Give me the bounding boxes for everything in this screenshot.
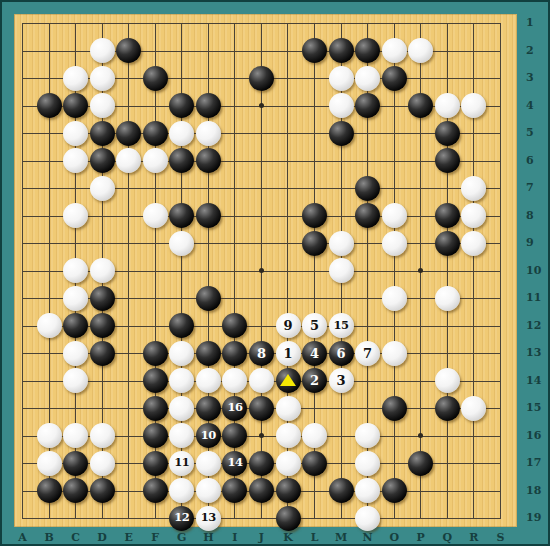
- board-cell-E9[interactable]: [115, 229, 142, 257]
- board-cell-S18[interactable]: [487, 477, 514, 505]
- board-cell-H9[interactable]: [195, 229, 222, 257]
- board-cell-J2[interactable]: [248, 37, 275, 65]
- board-cell-R12[interactable]: [461, 312, 488, 340]
- board-cell-Q16[interactable]: [434, 422, 461, 450]
- board-cell-N14[interactable]: [354, 367, 381, 395]
- board-cell-Q1[interactable]: [434, 9, 461, 37]
- white-stone-O8: [382, 203, 407, 228]
- board-cell-K7[interactable]: [275, 174, 302, 202]
- board-cell-P16[interactable]: [407, 422, 434, 450]
- board-cell-K4[interactable]: [275, 92, 302, 120]
- board-cell-A16[interactable]: [9, 422, 36, 450]
- row-label-14: 14: [526, 374, 550, 388]
- board-cell-M1[interactable]: [328, 9, 355, 37]
- board-cell-S11[interactable]: [487, 284, 514, 312]
- board-cell-H1[interactable]: [195, 9, 222, 37]
- board-cell-O12[interactable]: [381, 312, 408, 340]
- board-cell-O6[interactable]: [381, 147, 408, 175]
- triangle-marker-icon: [280, 374, 296, 386]
- board-cell-A17[interactable]: [9, 449, 36, 477]
- black-stone-D13: [90, 341, 115, 366]
- board-cell-G11[interactable]: [169, 284, 196, 312]
- board-cell-O7[interactable]: [381, 174, 408, 202]
- board-cell-G10[interactable]: [169, 257, 196, 285]
- board-cell-Q10[interactable]: [434, 257, 461, 285]
- board-cell-A2[interactable]: [9, 37, 36, 65]
- board-cell-I10[interactable]: [222, 257, 249, 285]
- board-cell-S2[interactable]: [487, 37, 514, 65]
- board-cell-J1[interactable]: [248, 9, 275, 37]
- board-cell-M7[interactable]: [328, 174, 355, 202]
- black-stone-L14: 2: [302, 368, 327, 393]
- board-cell-P6[interactable]: [407, 147, 434, 175]
- board-cell-P15[interactable]: [407, 394, 434, 422]
- board-cell-D19[interactable]: [89, 504, 116, 532]
- board-cell-B10[interactable]: [36, 257, 63, 285]
- move-number-label: 14: [227, 457, 242, 469]
- row-label-7: 7: [526, 181, 550, 195]
- board-cell-R2[interactable]: [461, 37, 488, 65]
- board-cell-N1[interactable]: [354, 9, 381, 37]
- board-cell-R16[interactable]: [461, 422, 488, 450]
- board-cell-N9[interactable]: [354, 229, 381, 257]
- board-cell-D14[interactable]: [89, 367, 116, 395]
- board-cell-C2[interactable]: [62, 37, 89, 65]
- black-stone-I13: [222, 341, 247, 366]
- row-label-6: 6: [526, 154, 550, 168]
- black-stone-L17: [302, 451, 327, 476]
- board-cell-G2[interactable]: [169, 37, 196, 65]
- move-number-label: 9: [283, 319, 292, 332]
- board-cell-L3[interactable]: [301, 64, 328, 92]
- board-cell-L10[interactable]: [301, 257, 328, 285]
- white-stone-C11: [63, 286, 88, 311]
- board-cell-M15[interactable]: [328, 394, 355, 422]
- board-cell-P7[interactable]: [407, 174, 434, 202]
- column-label-I: I: [225, 531, 245, 544]
- black-stone-Q6: [435, 148, 460, 173]
- board-cell-S10[interactable]: [487, 257, 514, 285]
- board-cell-Q13[interactable]: [434, 339, 461, 367]
- white-stone-K13: 1: [276, 341, 301, 366]
- board-cell-S7[interactable]: [487, 174, 514, 202]
- board-cell-K10[interactable]: [275, 257, 302, 285]
- column-label-S: S: [490, 531, 510, 544]
- board-cell-L15[interactable]: [301, 394, 328, 422]
- white-stone-N19: [355, 506, 380, 531]
- white-stone-M4: [329, 93, 354, 118]
- board-cell-G3[interactable]: [169, 64, 196, 92]
- board-cell-N10[interactable]: [354, 257, 381, 285]
- board-cell-E7[interactable]: [115, 174, 142, 202]
- board-cell-S12[interactable]: [487, 312, 514, 340]
- board-cell-J7[interactable]: [248, 174, 275, 202]
- board-cell-O17[interactable]: [381, 449, 408, 477]
- board-cell-B9[interactable]: [36, 229, 63, 257]
- board-cell-R19[interactable]: [461, 504, 488, 532]
- board-cell-L18[interactable]: [301, 477, 328, 505]
- board-cell-P9[interactable]: [407, 229, 434, 257]
- board-cell-F1[interactable]: [142, 9, 169, 37]
- board-cell-F2[interactable]: [142, 37, 169, 65]
- board-cell-H3[interactable]: [195, 64, 222, 92]
- white-stone-D4: [90, 93, 115, 118]
- board-cell-A12[interactable]: [9, 312, 36, 340]
- row-label-5: 5: [526, 126, 550, 140]
- board-cell-S14[interactable]: [487, 367, 514, 395]
- board-cell-M19[interactable]: [328, 504, 355, 532]
- board-cell-I2[interactable]: [222, 37, 249, 65]
- board-cell-N11[interactable]: [354, 284, 381, 312]
- board-cell-F7[interactable]: [142, 174, 169, 202]
- board-cell-K5[interactable]: [275, 119, 302, 147]
- black-stone-F5: [143, 121, 168, 146]
- board-cell-N6[interactable]: [354, 147, 381, 175]
- board-cell-S9[interactable]: [487, 229, 514, 257]
- board-cell-L1[interactable]: [301, 9, 328, 37]
- white-stone-K16: [276, 423, 301, 448]
- board-cell-N12[interactable]: [354, 312, 381, 340]
- board-cell-L6[interactable]: [301, 147, 328, 175]
- board-cell-F12[interactable]: [142, 312, 169, 340]
- black-stone-F14: [143, 368, 168, 393]
- board-cell-C7[interactable]: [62, 174, 89, 202]
- board-cell-K6[interactable]: [275, 147, 302, 175]
- board-cell-P14[interactable]: [407, 367, 434, 395]
- board-cell-S8[interactable]: [487, 202, 514, 230]
- board-cell-L11[interactable]: [301, 284, 328, 312]
- black-stone-L13: 4: [302, 341, 327, 366]
- board-cell-S17[interactable]: [487, 449, 514, 477]
- board-cell-C9[interactable]: [62, 229, 89, 257]
- board-cell-R1[interactable]: [461, 9, 488, 37]
- board-cell-S13[interactable]: [487, 339, 514, 367]
- black-stone-D5: [90, 121, 115, 146]
- board-cell-Q17[interactable]: [434, 449, 461, 477]
- black-stone-B4: [37, 93, 62, 118]
- row-label-18: 18: [526, 484, 550, 498]
- go-game-window: 95158146723161011141213 ABCDEFGHIJKLMNOP…: [0, 0, 550, 546]
- board-cell-Q19[interactable]: [434, 504, 461, 532]
- board-cell-J16[interactable]: [248, 422, 275, 450]
- white-stone-Q4: [435, 93, 460, 118]
- board-cell-O1[interactable]: [381, 9, 408, 37]
- black-stone-N2: [355, 38, 380, 63]
- board-cell-D1[interactable]: [89, 9, 116, 37]
- row-label-19: 19: [526, 511, 550, 525]
- board-cell-I7[interactable]: [222, 174, 249, 202]
- board-cell-R14[interactable]: [461, 367, 488, 395]
- board-cell-L7[interactable]: [301, 174, 328, 202]
- board-cell-C15[interactable]: [62, 394, 89, 422]
- move-number-label: 15: [334, 320, 349, 332]
- black-stone-J15: [249, 396, 274, 421]
- board-cell-Q12[interactable]: [434, 312, 461, 340]
- board-cell-J8[interactable]: [248, 202, 275, 230]
- board-cell-Q2[interactable]: [434, 37, 461, 65]
- board-cell-B7[interactable]: [36, 174, 63, 202]
- black-stone-F15: [143, 396, 168, 421]
- board-cell-O10[interactable]: [381, 257, 408, 285]
- white-stone-O11: [382, 286, 407, 311]
- board-cell-Q7[interactable]: [434, 174, 461, 202]
- board-cell-L4[interactable]: [301, 92, 328, 120]
- board-cell-A15[interactable]: [9, 394, 36, 422]
- board-cell-J10[interactable]: [248, 257, 275, 285]
- board-cell-J4[interactable]: [248, 92, 275, 120]
- white-stone-M3: [329, 66, 354, 91]
- board-cell-B2[interactable]: [36, 37, 63, 65]
- board-cell-R17[interactable]: [461, 449, 488, 477]
- board-cell-P3[interactable]: [407, 64, 434, 92]
- board-cell-L5[interactable]: [301, 119, 328, 147]
- board-cell-E4[interactable]: [115, 92, 142, 120]
- board-cell-K9[interactable]: [275, 229, 302, 257]
- board-cell-S3[interactable]: [487, 64, 514, 92]
- board-cell-E1[interactable]: [115, 9, 142, 37]
- board-cell-D9[interactable]: [89, 229, 116, 257]
- board-cell-A7[interactable]: [9, 174, 36, 202]
- board-cell-I9[interactable]: [222, 229, 249, 257]
- board-cell-P13[interactable]: [407, 339, 434, 367]
- board-cell-S5[interactable]: [487, 119, 514, 147]
- board-cell-L19[interactable]: [301, 504, 328, 532]
- board-cell-E18[interactable]: [115, 477, 142, 505]
- board-cell-G7[interactable]: [169, 174, 196, 202]
- black-stone-H15: [196, 396, 221, 421]
- move-number-label: 2: [310, 374, 319, 387]
- black-stone-O15: [382, 396, 407, 421]
- board-cell-P11[interactable]: [407, 284, 434, 312]
- black-stone-J17: [249, 451, 274, 476]
- white-stone-B17: [37, 451, 62, 476]
- board-cell-D8[interactable]: [89, 202, 116, 230]
- column-label-G: G: [172, 531, 192, 544]
- board-cell-I19[interactable]: [222, 504, 249, 532]
- black-stone-D11: [90, 286, 115, 311]
- board-cell-H10[interactable]: [195, 257, 222, 285]
- board-cell-K11[interactable]: [275, 284, 302, 312]
- board-cell-S1[interactable]: [487, 9, 514, 37]
- move-number-label: 3: [337, 374, 346, 387]
- board-cell-A3[interactable]: [9, 64, 36, 92]
- board-cell-E19[interactable]: [115, 504, 142, 532]
- board-cell-A11[interactable]: [9, 284, 36, 312]
- board-cell-R10[interactable]: [461, 257, 488, 285]
- board-cell-R18[interactable]: [461, 477, 488, 505]
- white-stone-L16: [302, 423, 327, 448]
- board-cell-M17[interactable]: [328, 449, 355, 477]
- board-cell-A1[interactable]: [9, 9, 36, 37]
- board-cell-P1[interactable]: [407, 9, 434, 37]
- board-cell-H12[interactable]: [195, 312, 222, 340]
- board-cell-M8[interactable]: [328, 202, 355, 230]
- board-cell-B5[interactable]: [36, 119, 63, 147]
- black-stone-Q9: [435, 231, 460, 256]
- board-cell-P8[interactable]: [407, 202, 434, 230]
- board-cell-Q3[interactable]: [434, 64, 461, 92]
- move-number-label: 11: [174, 457, 189, 469]
- board-cell-J5[interactable]: [248, 119, 275, 147]
- black-stone-E5: [116, 121, 141, 146]
- board-cell-E16[interactable]: [115, 422, 142, 450]
- board-cell-N15[interactable]: [354, 394, 381, 422]
- row-label-17: 17: [526, 456, 550, 470]
- board-cell-S19[interactable]: [487, 504, 514, 532]
- board-cell-J19[interactable]: [248, 504, 275, 532]
- black-stone-H4: [196, 93, 221, 118]
- board-cell-E15[interactable]: [115, 394, 142, 422]
- board-cell-K8[interactable]: [275, 202, 302, 230]
- row-label-2: 2: [526, 44, 550, 58]
- board-cell-B13[interactable]: [36, 339, 63, 367]
- board-cell-B14[interactable]: [36, 367, 63, 395]
- board-cell-B6[interactable]: [36, 147, 63, 175]
- white-stone-H17: [196, 451, 221, 476]
- board-cell-I1[interactable]: [222, 9, 249, 37]
- board-cell-D15[interactable]: [89, 394, 116, 422]
- row-label-13: 13: [526, 346, 550, 360]
- board-cell-I11[interactable]: [222, 284, 249, 312]
- board-cell-N5[interactable]: [354, 119, 381, 147]
- board-cell-S16[interactable]: [487, 422, 514, 450]
- move-number-label: 13: [201, 512, 216, 524]
- board-cell-O4[interactable]: [381, 92, 408, 120]
- board-cell-K2[interactable]: [275, 37, 302, 65]
- board-cell-A10[interactable]: [9, 257, 36, 285]
- board-cell-A4[interactable]: [9, 92, 36, 120]
- white-stone-D7: [90, 176, 115, 201]
- white-stone-R9: [461, 231, 486, 256]
- black-stone-I17: 14: [222, 451, 247, 476]
- white-stone-D2: [90, 38, 115, 63]
- move-number-label: 1: [283, 347, 292, 360]
- board-cell-R3[interactable]: [461, 64, 488, 92]
- white-stone-R15: [461, 396, 486, 421]
- board-cell-R13[interactable]: [461, 339, 488, 367]
- board-cell-S4[interactable]: [487, 92, 514, 120]
- board-cell-K1[interactable]: [275, 9, 302, 37]
- black-stone-H11: [196, 286, 221, 311]
- board-cell-R6[interactable]: [461, 147, 488, 175]
- board-cell-E11[interactable]: [115, 284, 142, 312]
- board-cell-J6[interactable]: [248, 147, 275, 175]
- board-cell-R5[interactable]: [461, 119, 488, 147]
- board-cell-F11[interactable]: [142, 284, 169, 312]
- white-stone-G13: [169, 341, 194, 366]
- board-cell-O16[interactable]: [381, 422, 408, 450]
- board-cell-I3[interactable]: [222, 64, 249, 92]
- board-cell-E17[interactable]: [115, 449, 142, 477]
- board-cell-I6[interactable]: [222, 147, 249, 175]
- board-cell-A8[interactable]: [9, 202, 36, 230]
- black-stone-K19: [276, 506, 301, 531]
- board-cell-P18[interactable]: [407, 477, 434, 505]
- board-cell-P10[interactable]: [407, 257, 434, 285]
- board-cell-F10[interactable]: [142, 257, 169, 285]
- white-stone-N17: [355, 451, 380, 476]
- board-cell-O19[interactable]: [381, 504, 408, 532]
- white-stone-C6: [63, 148, 88, 173]
- board-cell-B3[interactable]: [36, 64, 63, 92]
- board-cell-I8[interactable]: [222, 202, 249, 230]
- board-cell-A14[interactable]: [9, 367, 36, 395]
- board-cell-O5[interactable]: [381, 119, 408, 147]
- board-cell-H7[interactable]: [195, 174, 222, 202]
- column-label-B: B: [39, 531, 59, 544]
- board-cell-J11[interactable]: [248, 284, 275, 312]
- board-cell-A5[interactable]: [9, 119, 36, 147]
- board-cell-A18[interactable]: [9, 477, 36, 505]
- board-cell-F4[interactable]: [142, 92, 169, 120]
- board-cell-E10[interactable]: [115, 257, 142, 285]
- board-cell-I4[interactable]: [222, 92, 249, 120]
- board-cell-A6[interactable]: [9, 147, 36, 175]
- board-cell-E12[interactable]: [115, 312, 142, 340]
- move-number-label: 10: [201, 430, 216, 442]
- board-cell-E13[interactable]: [115, 339, 142, 367]
- board-cell-O14[interactable]: [381, 367, 408, 395]
- board-cell-A13[interactable]: [9, 339, 36, 367]
- white-stone-G5: [169, 121, 194, 146]
- black-stone-C18: [63, 478, 88, 503]
- row-label-1: 1: [526, 16, 550, 30]
- board-cell-Q18[interactable]: [434, 477, 461, 505]
- white-stone-H14: [196, 368, 221, 393]
- board-cell-M6[interactable]: [328, 147, 355, 175]
- black-stone-F18: [143, 478, 168, 503]
- board-cell-S6[interactable]: [487, 147, 514, 175]
- board-cell-B19[interactable]: [36, 504, 63, 532]
- board-cell-K3[interactable]: [275, 64, 302, 92]
- board-cell-B11[interactable]: [36, 284, 63, 312]
- black-stone-C17: [63, 451, 88, 476]
- board-cell-P5[interactable]: [407, 119, 434, 147]
- white-stone-H5: [196, 121, 221, 146]
- board-cell-I5[interactable]: [222, 119, 249, 147]
- board-cell-F19[interactable]: [142, 504, 169, 532]
- board-cell-P12[interactable]: [407, 312, 434, 340]
- board-cell-M11[interactable]: [328, 284, 355, 312]
- board-cell-G1[interactable]: [169, 9, 196, 37]
- board-cell-E14[interactable]: [115, 367, 142, 395]
- board-cell-C1[interactable]: [62, 9, 89, 37]
- board-cell-S15[interactable]: [487, 394, 514, 422]
- row-label-15: 15: [526, 401, 550, 415]
- black-stone-O3: [382, 66, 407, 91]
- white-stone-R7: [461, 176, 486, 201]
- board-cell-B15[interactable]: [36, 394, 63, 422]
- board-cell-J9[interactable]: [248, 229, 275, 257]
- black-stone-M18: [329, 478, 354, 503]
- board-cell-B1[interactable]: [36, 9, 63, 37]
- black-stone-I15: 16: [222, 396, 247, 421]
- board-cell-C19[interactable]: [62, 504, 89, 532]
- white-stone-C16: [63, 423, 88, 448]
- board-cell-J12[interactable]: [248, 312, 275, 340]
- board-cell-M16[interactable]: [328, 422, 355, 450]
- board-cell-E3[interactable]: [115, 64, 142, 92]
- board-cell-A9[interactable]: [9, 229, 36, 257]
- board-cell-B8[interactable]: [36, 202, 63, 230]
- board-cell-E8[interactable]: [115, 202, 142, 230]
- board-cell-F9[interactable]: [142, 229, 169, 257]
- board-cell-P19[interactable]: [407, 504, 434, 532]
- white-stone-C3: [63, 66, 88, 91]
- board-cell-R11[interactable]: [461, 284, 488, 312]
- board-cell-A19[interactable]: [9, 504, 36, 532]
- board-cell-H2[interactable]: [195, 37, 222, 65]
